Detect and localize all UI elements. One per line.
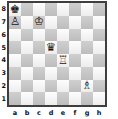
square-h3[interactable] [93,67,105,80]
square-g7[interactable] [81,16,93,29]
square-g6[interactable] [81,29,93,42]
square-d1[interactable] [45,92,57,105]
square-d8[interactable] [45,3,57,16]
square-d4[interactable] [45,54,57,67]
square-e8[interactable] [57,3,69,16]
square-f1[interactable] [69,92,81,105]
square-a1[interactable] [9,92,21,105]
square-h1[interactable] [93,92,105,105]
square-f4[interactable] [69,54,81,67]
square-a4[interactable] [9,54,21,67]
file-labels: abcdefgh [9,108,105,118]
square-b7[interactable] [21,16,33,29]
chess-board: ♚♙♔♛♖♗ [7,1,107,107]
square-f5[interactable] [69,41,81,54]
square-c7[interactable]: ♔ [33,16,45,29]
square-c3[interactable] [33,67,45,80]
square-h4[interactable] [93,54,105,67]
file-label-c: c [33,108,45,118]
file-label-a: a [9,108,21,118]
square-a2[interactable] [9,80,21,93]
file-label-h: h [93,108,105,118]
white-rook-e4: ♖ [57,54,69,67]
rank-label-5: 5 [0,41,6,54]
rank-label-2: 2 [0,80,6,93]
chess-diagram: 87654321 ♚♙♔♛♖♗ abcdefgh [0,0,118,119]
rank-label-4: 4 [0,54,6,67]
square-h7[interactable] [93,16,105,29]
square-c6[interactable] [33,29,45,42]
rank-label-1: 1 [0,92,6,105]
square-b8[interactable] [21,3,33,16]
square-e2[interactable] [57,80,69,93]
square-e3[interactable] [57,67,69,80]
square-h8[interactable] [93,3,105,16]
square-e1[interactable] [57,92,69,105]
square-h5[interactable] [93,41,105,54]
black-queen-d5: ♛ [45,41,57,54]
square-e4[interactable]: ♖ [57,54,69,67]
square-b4[interactable] [21,54,33,67]
square-b1[interactable] [21,92,33,105]
square-e7[interactable] [57,16,69,29]
square-c2[interactable] [33,80,45,93]
square-d5[interactable]: ♛ [45,41,57,54]
square-d2[interactable] [45,80,57,93]
file-label-d: d [45,108,57,118]
square-e6[interactable] [57,29,69,42]
square-f3[interactable] [69,67,81,80]
square-g1[interactable] [81,92,93,105]
square-a3[interactable] [9,67,21,80]
square-h2[interactable] [93,80,105,93]
square-c1[interactable] [33,92,45,105]
square-c4[interactable] [33,54,45,67]
square-c5[interactable] [33,41,45,54]
square-f8[interactable] [69,3,81,16]
square-d3[interactable] [45,67,57,80]
rank-label-7: 7 [0,16,6,29]
square-b6[interactable] [21,29,33,42]
file-label-e: e [57,108,69,118]
file-label-f: f [69,108,81,118]
white-king-c7: ♔ [33,16,45,29]
square-a6[interactable] [9,29,21,42]
square-g2[interactable]: ♗ [81,80,93,93]
file-label-g: g [81,108,93,118]
square-a5[interactable] [9,41,21,54]
rank-label-6: 6 [0,29,6,42]
square-b2[interactable] [21,80,33,93]
square-g4[interactable] [81,54,93,67]
square-f6[interactable] [69,29,81,42]
rank-label-3: 3 [0,67,6,80]
square-f7[interactable] [69,16,81,29]
rank-label-8: 8 [0,3,6,16]
square-g5[interactable] [81,41,93,54]
square-h6[interactable] [93,29,105,42]
rank-labels: 87654321 [0,3,6,105]
square-f2[interactable] [69,80,81,93]
file-label-b: b [21,108,33,118]
square-a7[interactable]: ♙ [9,16,21,29]
square-b5[interactable] [21,41,33,54]
white-bishop-g2: ♗ [81,80,93,93]
white-pawn-a7: ♙ [9,16,21,29]
square-g8[interactable] [81,3,93,16]
square-b3[interactable] [21,67,33,80]
square-d7[interactable] [45,16,57,29]
